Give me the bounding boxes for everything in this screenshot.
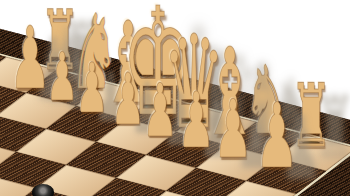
white-pawn-glyph: ♟ [214, 90, 253, 171]
white-pawn-glyph: ♟ [9, 15, 51, 101]
white-pawn-glyph: ♟ [75, 53, 108, 122]
white-pawn-glyph: ♟ [46, 43, 78, 110]
white-pawn-glyph: ♟ [142, 73, 178, 147]
black-piece-top [32, 184, 54, 196]
white-pawn-glyph: ♟ [111, 63, 145, 134]
white-pawn-glyph: ♟ [177, 83, 214, 160]
pieces-layer: ♜♞♟♝♟♚♟♟♛♞♝♟♜♟♟♟ [0, 0, 350, 196]
chess-set-photo: ♜♞♟♝♟♚♟♟♛♞♝♟♜♟♟♟ [0, 0, 350, 196]
white-pawn-glyph: ♟ [255, 91, 298, 181]
